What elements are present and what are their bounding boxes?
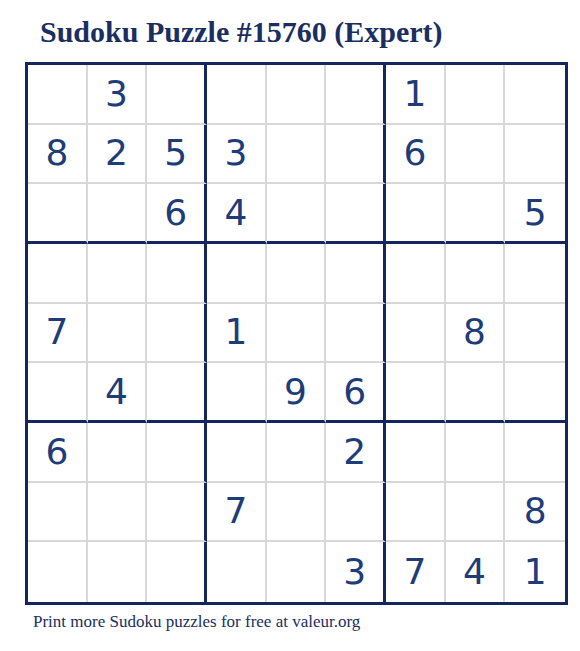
sudoku-cell-r7c2[interactable]: [88, 423, 148, 483]
sudoku-cell-r9c6[interactable]: 3: [326, 542, 386, 602]
sudoku-cell-r9c2[interactable]: [88, 542, 148, 602]
sudoku-cell-r2c8[interactable]: [446, 125, 506, 185]
sudoku-cell-r1c6[interactable]: [326, 65, 386, 125]
sudoku-cell-r7c5[interactable]: [267, 423, 327, 483]
sudoku-cell-r1c1[interactable]: [28, 65, 88, 125]
sudoku-cell-r2c9[interactable]: [505, 125, 565, 185]
sudoku-cell-r2c3[interactable]: 5: [147, 125, 207, 185]
sudoku-cell-r2c2[interactable]: 2: [88, 125, 148, 185]
sudoku-cell-r4c1[interactable]: [28, 244, 88, 304]
sudoku-cell-r7c1[interactable]: 6: [28, 423, 88, 483]
sudoku-cell-r6c3[interactable]: [147, 363, 207, 423]
sudoku-cell-r3c4[interactable]: 4: [207, 184, 267, 244]
sudoku-cell-r5c2[interactable]: [88, 304, 148, 364]
sudoku-cell-r1c5[interactable]: [267, 65, 327, 125]
sudoku-cell-r6c8[interactable]: [446, 363, 506, 423]
page: { "game": "sudoku", "title": "Sudoku Puz…: [0, 0, 580, 651]
sudoku-cell-r8c3[interactable]: [147, 483, 207, 543]
sudoku-grid: 318253664571849662783741: [25, 62, 568, 605]
sudoku-cell-r6c9[interactable]: [505, 363, 565, 423]
sudoku-cell-r7c7[interactable]: [386, 423, 446, 483]
sudoku-cell-r9c1[interactable]: [28, 542, 88, 602]
footer-text: Print more Sudoku puzzles for free at va…: [33, 612, 360, 632]
sudoku-cell-r8c5[interactable]: [267, 483, 327, 543]
sudoku-cell-r9c5[interactable]: [267, 542, 327, 602]
sudoku-cell-r7c9[interactable]: [505, 423, 565, 483]
sudoku-cell-r3c5[interactable]: [267, 184, 327, 244]
sudoku-cell-r8c1[interactable]: [28, 483, 88, 543]
sudoku-cell-r8c9[interactable]: 8: [505, 483, 565, 543]
sudoku-cell-r4c4[interactable]: [207, 244, 267, 304]
sudoku-cell-r9c7[interactable]: 7: [386, 542, 446, 602]
sudoku-cell-r5c1[interactable]: 7: [28, 304, 88, 364]
sudoku-cell-r2c4[interactable]: 3: [207, 125, 267, 185]
sudoku-cell-r5c9[interactable]: [505, 304, 565, 364]
sudoku-cell-r3c1[interactable]: [28, 184, 88, 244]
sudoku-cell-r2c5[interactable]: [267, 125, 327, 185]
page-title: Sudoku Puzzle #15760 (Expert): [40, 15, 443, 50]
sudoku-cell-r2c6[interactable]: [326, 125, 386, 185]
sudoku-cell-r7c3[interactable]: [147, 423, 207, 483]
sudoku-cell-r6c4[interactable]: [207, 363, 267, 423]
sudoku-cell-r9c8[interactable]: 4: [446, 542, 506, 602]
sudoku-cell-r5c5[interactable]: [267, 304, 327, 364]
sudoku-cell-r7c4[interactable]: [207, 423, 267, 483]
sudoku-cell-r4c9[interactable]: [505, 244, 565, 304]
sudoku-cell-r2c7[interactable]: 6: [386, 125, 446, 185]
sudoku-cell-r3c3[interactable]: 6: [147, 184, 207, 244]
sudoku-cell-r6c1[interactable]: [28, 363, 88, 423]
sudoku-cell-r8c6[interactable]: [326, 483, 386, 543]
sudoku-cell-r4c5[interactable]: [267, 244, 327, 304]
sudoku-cell-r4c8[interactable]: [446, 244, 506, 304]
sudoku-cell-r3c6[interactable]: [326, 184, 386, 244]
sudoku-cell-r6c5[interactable]: 9: [267, 363, 327, 423]
sudoku-cell-r9c9[interactable]: 1: [505, 542, 565, 602]
sudoku-cell-r8c8[interactable]: [446, 483, 506, 543]
sudoku-cell-r3c7[interactable]: [386, 184, 446, 244]
sudoku-cell-r4c6[interactable]: [326, 244, 386, 304]
sudoku-cell-r5c8[interactable]: 8: [446, 304, 506, 364]
sudoku-cell-r5c3[interactable]: [147, 304, 207, 364]
sudoku-cell-r9c3[interactable]: [147, 542, 207, 602]
sudoku-cell-r1c9[interactable]: [505, 65, 565, 125]
sudoku-cell-r1c2[interactable]: 3: [88, 65, 148, 125]
sudoku-cell-r6c6[interactable]: 6: [326, 363, 386, 423]
sudoku-cell-r1c3[interactable]: [147, 65, 207, 125]
sudoku-cell-r1c7[interactable]: 1: [386, 65, 446, 125]
sudoku-cell-r8c7[interactable]: [386, 483, 446, 543]
sudoku-cell-r6c2[interactable]: 4: [88, 363, 148, 423]
sudoku-cell-r3c8[interactable]: [446, 184, 506, 244]
sudoku-cell-r3c9[interactable]: 5: [505, 184, 565, 244]
sudoku-cell-r7c8[interactable]: [446, 423, 506, 483]
sudoku-cell-r5c4[interactable]: 1: [207, 304, 267, 364]
sudoku-cell-r3c2[interactable]: [88, 184, 148, 244]
sudoku-cell-r9c4[interactable]: [207, 542, 267, 602]
sudoku-cell-r6c7[interactable]: [386, 363, 446, 423]
sudoku-cell-r8c4[interactable]: 7: [207, 483, 267, 543]
sudoku-cell-r7c6[interactable]: 2: [326, 423, 386, 483]
sudoku-cell-r1c8[interactable]: [446, 65, 506, 125]
sudoku-cell-r2c1[interactable]: 8: [28, 125, 88, 185]
sudoku-cell-r1c4[interactable]: [207, 65, 267, 125]
sudoku-cell-r4c2[interactable]: [88, 244, 148, 304]
sudoku-cell-r4c7[interactable]: [386, 244, 446, 304]
sudoku-cell-r5c7[interactable]: [386, 304, 446, 364]
sudoku-cell-r4c3[interactable]: [147, 244, 207, 304]
sudoku-cell-r5c6[interactable]: [326, 304, 386, 364]
sudoku-cell-r8c2[interactable]: [88, 483, 148, 543]
